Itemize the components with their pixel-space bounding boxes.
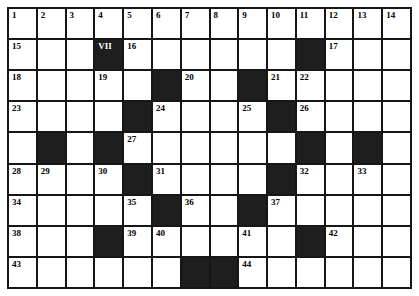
cell-r1c6[interactable]: 6 [153,9,180,38]
cell-r2c10[interactable] [268,40,295,69]
clue-number: 29 [41,166,50,176]
cell-r6c9[interactable] [239,165,266,194]
cell-r6c12[interactable] [326,165,353,194]
cell-r1c8[interactable]: 8 [211,9,238,38]
cell-r1c5[interactable]: 5 [124,9,151,38]
clue-number: 10 [271,10,280,20]
cell-r4c13[interactable] [354,102,381,131]
clue-number: 17 [329,41,338,51]
cell-r1c12[interactable]: 12 [326,9,353,38]
cell-r1c4[interactable]: 4 [95,9,122,38]
cell-r3c8[interactable] [211,71,238,100]
cell-r7c2[interactable] [38,196,65,225]
cell-r2c3[interactable] [67,40,94,69]
block-cell-r5c11 [297,133,324,162]
cell-r3c14[interactable] [383,71,410,100]
clue-number: 12 [329,10,338,20]
block-cell-r2c4: VII [95,40,122,69]
cell-r9c13[interactable] [354,258,381,287]
cell-r5c9[interactable] [239,133,266,162]
cell-r9c6[interactable] [153,258,180,287]
clue-number: 5 [127,10,132,20]
cell-r7c4[interactable] [95,196,122,225]
clue-number: 9 [242,10,247,20]
cell-r4c9[interactable]: 25 [239,102,266,131]
clue-number: 19 [98,72,107,82]
clue-number: 22 [300,72,309,82]
clue-number: 24 [156,103,165,113]
cell-r9c3[interactable] [67,258,94,287]
cell-r6c14[interactable] [383,165,410,194]
cell-r9c14[interactable] [383,258,410,287]
cell-r4c14[interactable] [383,102,410,131]
cell-r2c7[interactable] [182,40,209,69]
clue-number: 38 [12,228,21,238]
cell-r1c9[interactable]: 9 [239,9,266,38]
clue-number: 8 [214,10,219,20]
cell-r6c2[interactable]: 29 [38,165,65,194]
cell-r7c8[interactable] [211,196,238,225]
cell-r8c8[interactable] [211,227,238,256]
cell-r2c12[interactable]: 17 [326,40,353,69]
cell-r5c3[interactable] [67,133,94,162]
clue-number: 14 [386,10,395,20]
clue-number: 40 [156,228,165,238]
clue-number: 35 [127,197,136,207]
clue-number: 30 [98,166,107,176]
clue-number: 44 [242,259,251,269]
block-cell-r9c7 [182,258,209,287]
clue-number: 6 [156,10,161,20]
cell-r5c12[interactable] [326,133,353,162]
cell-r1c13[interactable]: 13 [354,9,381,38]
clue-number: 36 [185,197,194,207]
cell-r3c1[interactable]: 18 [9,71,36,100]
cell-r6c3[interactable] [67,165,94,194]
cell-r8c2[interactable] [38,227,65,256]
cell-r1c14[interactable]: 14 [383,9,410,38]
cell-r6c7[interactable] [182,165,209,194]
block-cell-r5c4 [95,133,122,162]
cell-r7c14[interactable] [383,196,410,225]
cell-r1c7[interactable]: 7 [182,9,209,38]
cell-r8c7[interactable] [182,227,209,256]
clue-number: 1 [12,10,17,20]
clue-number: 41 [242,228,251,238]
clue-number: 26 [300,103,309,113]
cell-r7c10[interactable]: 37 [268,196,295,225]
cell-r8c5[interactable]: 39 [124,227,151,256]
cell-r3c5[interactable] [124,71,151,100]
roman-numeral-label: VII [98,41,112,51]
cell-r2c5[interactable]: 16 [124,40,151,69]
cell-r7c13[interactable] [354,196,381,225]
cell-r2c8[interactable] [211,40,238,69]
block-cell-r8c4 [95,227,122,256]
clue-number: 3 [70,10,75,20]
cell-r7c3[interactable] [67,196,94,225]
cell-r9c11[interactable] [297,258,324,287]
clue-number: 18 [12,72,21,82]
cell-r3c12[interactable] [326,71,353,100]
cell-r3c10[interactable]: 21 [268,71,295,100]
block-cell-r4c10 [268,102,295,131]
block-cell-r5c13 [354,133,381,162]
crossword-page: 123456789101112131415VII1617181920212223… [0,0,419,296]
cell-r2c6[interactable] [153,40,180,69]
cell-r4c12[interactable] [326,102,353,131]
cell-r4c4[interactable] [95,102,122,131]
cell-r5c1[interactable] [9,133,36,162]
cell-r3c13[interactable] [354,71,381,100]
cell-r3c11[interactable]: 22 [297,71,324,100]
cell-r2c2[interactable] [38,40,65,69]
cell-r6c8[interactable] [211,165,238,194]
cell-r4c8[interactable] [211,102,238,131]
clue-number: 16 [127,41,136,51]
cell-r2c13[interactable] [354,40,381,69]
clue-number: 33 [357,166,366,176]
clue-number: 37 [271,197,280,207]
cell-r6c13[interactable]: 33 [354,165,381,194]
cell-r8c12[interactable]: 42 [326,227,353,256]
cell-r9c12[interactable] [326,258,353,287]
cell-r4c11[interactable]: 26 [297,102,324,131]
cell-r8c13[interactable] [354,227,381,256]
cell-r9c4[interactable] [95,258,122,287]
block-cell-r2c11 [297,40,324,69]
cell-r3c7[interactable]: 20 [182,71,209,100]
cell-r9c1[interactable]: 43 [9,258,36,287]
clue-number: 20 [185,72,194,82]
cell-r7c5[interactable]: 35 [124,196,151,225]
block-cell-r4c5 [124,102,151,131]
cell-r5c6[interactable] [153,133,180,162]
clue-number: 28 [12,166,21,176]
cell-r8c6[interactable]: 40 [153,227,180,256]
clue-number: 32 [300,166,309,176]
clue-number: 21 [271,72,280,82]
cell-r3c2[interactable] [38,71,65,100]
cell-r5c14[interactable] [383,133,410,162]
cell-r5c10[interactable] [268,133,295,162]
clue-number: 7 [185,10,190,20]
cell-r2c14[interactable] [383,40,410,69]
block-cell-r9c8 [211,258,238,287]
cell-r6c1[interactable]: 28 [9,165,36,194]
clue-number: 42 [329,228,338,238]
cell-r1c2[interactable]: 2 [38,9,65,38]
cell-r5c7[interactable] [182,133,209,162]
cell-r8c1[interactable]: 38 [9,227,36,256]
cell-r4c3[interactable] [67,102,94,131]
cell-r1c1[interactable]: 1 [9,9,36,38]
block-cell-r7c9 [239,196,266,225]
block-cell-r3c9 [239,71,266,100]
clue-number: 23 [12,103,21,113]
clue-number: 15 [12,41,21,51]
block-cell-r6c5 [124,165,151,194]
cell-r8c10[interactable] [268,227,295,256]
cell-r5c5[interactable]: 27 [124,133,151,162]
cell-r4c2[interactable] [38,102,65,131]
clue-number: 34 [12,197,21,207]
cell-r6c4[interactable]: 30 [95,165,122,194]
cell-r8c9[interactable]: 41 [239,227,266,256]
clue-number: 2 [41,10,46,20]
clue-number: 13 [357,10,366,20]
cell-r9c5[interactable] [124,258,151,287]
cell-r4c7[interactable] [182,102,209,131]
cell-r3c3[interactable] [67,71,94,100]
cell-r9c10[interactable] [268,258,295,287]
block-cell-r3c6 [153,71,180,100]
cell-r1c11[interactable]: 11 [297,9,324,38]
clue-number: 31 [156,166,165,176]
block-cell-r8c11 [297,227,324,256]
block-cell-r5c2 [38,133,65,162]
cell-r4c6[interactable]: 24 [153,102,180,131]
cell-r8c3[interactable] [67,227,94,256]
cell-r9c9[interactable]: 44 [239,258,266,287]
clue-number: 39 [127,228,136,238]
cell-r1c10[interactable]: 10 [268,9,295,38]
cell-r7c11[interactable] [297,196,324,225]
cell-r6c6[interactable]: 31 [153,165,180,194]
cell-r6c11[interactable]: 32 [297,165,324,194]
block-cell-r7c6 [153,196,180,225]
cell-r7c1[interactable]: 34 [9,196,36,225]
cell-r4c1[interactable]: 23 [9,102,36,131]
cell-r2c9[interactable] [239,40,266,69]
cell-r7c12[interactable] [326,196,353,225]
cell-r7c7[interactable]: 36 [182,196,209,225]
cell-r3c4[interactable]: 19 [95,71,122,100]
cell-r8c14[interactable] [383,227,410,256]
crossword-grid: 123456789101112131415VII1617181920212223… [7,7,412,289]
cell-r5c8[interactable] [211,133,238,162]
clue-number: 27 [127,134,136,144]
cell-r2c1[interactable]: 15 [9,40,36,69]
clue-number: 11 [300,10,309,20]
block-cell-r6c10 [268,165,295,194]
clue-number: 25 [242,103,251,113]
cell-r1c3[interactable]: 3 [67,9,94,38]
clue-number: 43 [12,259,21,269]
clue-number: 4 [98,10,103,20]
cell-r9c2[interactable] [38,258,65,287]
